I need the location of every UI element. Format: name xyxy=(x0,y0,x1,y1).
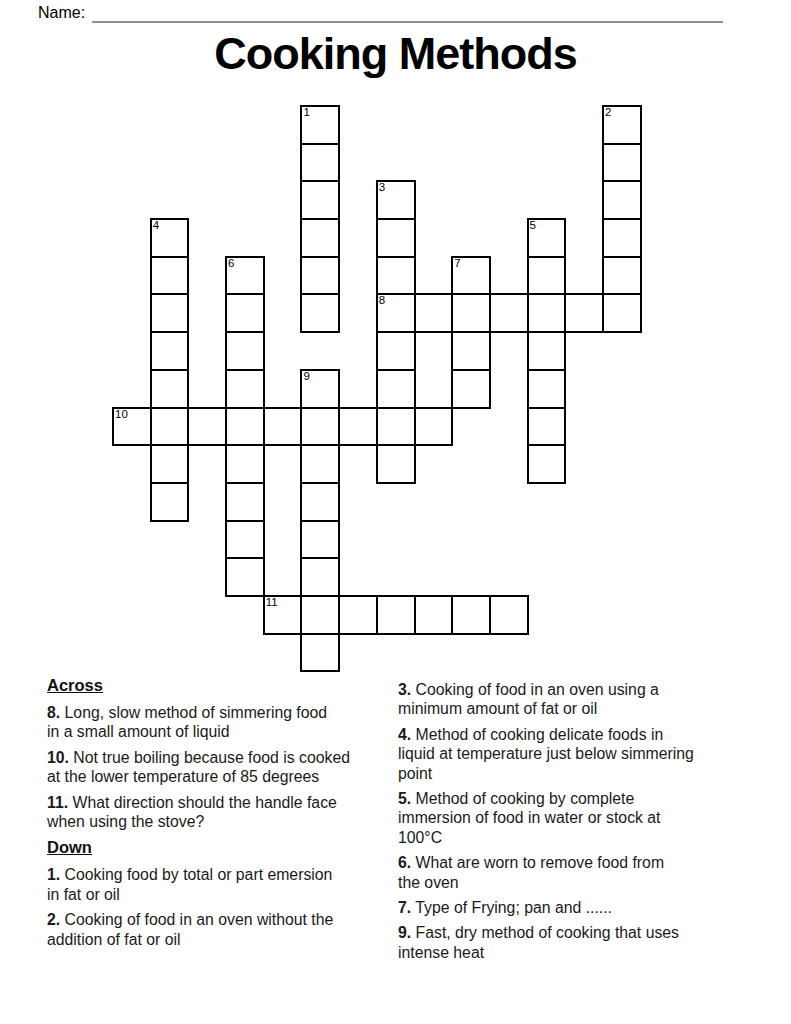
grid-cell-r5c5[interactable] xyxy=(301,294,339,332)
grid-cell-r8c11[interactable] xyxy=(528,408,566,446)
grid-cell-r12c5[interactable] xyxy=(301,558,339,596)
grid-cell-r2c13[interactable] xyxy=(603,181,641,219)
grid-cell-r8c7[interactable] xyxy=(377,408,415,446)
cell-number-6: 6 xyxy=(228,257,234,270)
cell-number-10: 10 xyxy=(115,408,128,421)
down-clue-4: 4. Method of cooking delicate foods in l… xyxy=(398,725,753,783)
down-clue-6: 6. What are worn to remove food from the… xyxy=(398,853,753,892)
grid-cell-r5c9[interactable] xyxy=(452,294,490,332)
clue-text: Long, slow method of simmering food in a… xyxy=(47,704,327,740)
grid-cell-r5c12[interactable] xyxy=(565,294,603,332)
worksheet-page: Name: Cooking Methods 1234567891011 Acro… xyxy=(0,0,791,1024)
grid-cell-r8c4[interactable] xyxy=(264,408,302,446)
clue-text: Method of cooking delicate foods in liqu… xyxy=(398,726,694,782)
grid-cell-r8c0[interactable]: 10 xyxy=(113,408,151,446)
grid-cell-r9c5[interactable] xyxy=(301,445,339,483)
grid-cell-r7c5[interactable]: 9 xyxy=(301,370,339,408)
down-clue-list-right: 3. Cooking of food in an oven using a mi… xyxy=(398,680,753,962)
grid-cell-r6c9[interactable] xyxy=(452,332,490,370)
clue-text: Cooking food by total or part emersion i… xyxy=(47,866,332,902)
clue-section: Across 8. Long, slow method of simmering… xyxy=(47,676,753,968)
grid-cell-r8c8[interactable] xyxy=(415,408,453,446)
grid-cell-r7c1[interactable] xyxy=(151,370,189,408)
down-clue-5: 5. Method of cooking by complete immersi… xyxy=(398,789,753,847)
grid-cell-r6c11[interactable] xyxy=(528,332,566,370)
page-title: Cooking Methods xyxy=(0,28,791,80)
grid-cell-r9c1[interactable] xyxy=(151,445,189,483)
grid-cell-r13c10[interactable] xyxy=(490,596,528,634)
grid-cell-r3c1[interactable]: 4 xyxy=(151,219,189,257)
clue-number: 1. xyxy=(47,866,60,883)
grid-cell-r9c7[interactable] xyxy=(377,445,415,483)
grid-cell-r5c10[interactable] xyxy=(490,294,528,332)
down-heading: Down xyxy=(47,838,398,857)
grid-cell-r5c3[interactable] xyxy=(226,294,264,332)
clue-text: Method of cooking by complete immersion … xyxy=(398,790,661,846)
grid-cell-r1c13[interactable] xyxy=(603,144,641,182)
grid-cell-r9c11[interactable] xyxy=(528,445,566,483)
clue-number: 9. xyxy=(398,924,411,941)
grid-cell-r5c13[interactable] xyxy=(603,294,641,332)
grid-cell-r13c9[interactable] xyxy=(452,596,490,634)
cell-number-3: 3 xyxy=(379,181,385,194)
grid-cell-r6c1[interactable] xyxy=(151,332,189,370)
clue-number: 6. xyxy=(398,854,411,871)
cell-number-9: 9 xyxy=(303,370,309,383)
grid-cell-r13c5[interactable] xyxy=(301,596,339,634)
grid-cell-r2c5[interactable] xyxy=(301,181,339,219)
grid-cell-r8c5[interactable] xyxy=(301,408,339,446)
grid-cell-r0c5[interactable]: 1 xyxy=(301,106,339,144)
grid-cell-r11c5[interactable] xyxy=(301,521,339,559)
grid-cell-r5c8[interactable] xyxy=(415,294,453,332)
cell-number-4: 4 xyxy=(153,219,159,232)
clue-number: 10. xyxy=(47,749,69,766)
grid-cell-r7c3[interactable] xyxy=(226,370,264,408)
grid-cell-r5c1[interactable] xyxy=(151,294,189,332)
grid-cell-r8c1[interactable] xyxy=(151,408,189,446)
grid-cell-r3c7[interactable] xyxy=(377,219,415,257)
grid-cell-r13c7[interactable] xyxy=(377,596,415,634)
clue-number: 4. xyxy=(398,726,411,743)
clue-number: 7. xyxy=(398,899,411,916)
grid-cell-r8c3[interactable] xyxy=(226,408,264,446)
clue-text: Fast, dry method of cooking that uses in… xyxy=(398,924,679,960)
grid-cell-r4c13[interactable] xyxy=(603,257,641,295)
across-clue-11: 11. What direction should the handle fac… xyxy=(47,793,398,832)
grid-cell-r14c5[interactable] xyxy=(301,634,339,672)
grid-cell-r4c9[interactable]: 7 xyxy=(452,257,490,295)
grid-cell-r10c3[interactable] xyxy=(226,483,264,521)
clue-text: Type of Frying; pan and ...... xyxy=(415,899,612,916)
grid-cell-r4c11[interactable] xyxy=(528,257,566,295)
grid-cell-r7c11[interactable] xyxy=(528,370,566,408)
cell-number-11: 11 xyxy=(266,596,278,609)
cell-number-5: 5 xyxy=(530,219,536,232)
grid-cell-r10c5[interactable] xyxy=(301,483,339,521)
name-row: Name: xyxy=(38,3,723,23)
grid-cell-r13c8[interactable] xyxy=(415,596,453,634)
name-label: Name: xyxy=(38,3,85,23)
clue-number: 2. xyxy=(47,911,60,928)
grid-cell-r1c5[interactable] xyxy=(301,144,339,182)
grid-cell-r10c1[interactable] xyxy=(151,483,189,521)
grid-cell-r5c7[interactable]: 8 xyxy=(377,294,415,332)
down-clue-3: 3. Cooking of food in an oven using a mi… xyxy=(398,680,753,719)
across-heading: Across xyxy=(47,676,398,695)
name-blank-line[interactable] xyxy=(92,4,723,23)
grid-cell-r3c5[interactable] xyxy=(301,219,339,257)
clue-column-left: Across 8. Long, slow method of simmering… xyxy=(47,676,398,968)
grid-cell-r4c3[interactable]: 6 xyxy=(226,257,264,295)
grid-cell-r4c1[interactable] xyxy=(151,257,189,295)
crossword-grid: 1234567891011 xyxy=(113,106,641,671)
down-clue-2: 2. Cooking of food in an oven without th… xyxy=(47,910,398,949)
grid-cell-r7c7[interactable] xyxy=(377,370,415,408)
down-clue-7: 7. Type of Frying; pan and ...... xyxy=(398,898,753,917)
grid-cell-r3c11[interactable]: 5 xyxy=(528,219,566,257)
clue-number: 8. xyxy=(47,704,60,721)
grid-cell-r3c13[interactable] xyxy=(603,219,641,257)
cell-number-7: 7 xyxy=(454,257,460,270)
down-clue-1: 1. Cooking food by total or part emersio… xyxy=(47,865,398,904)
cell-number-2: 2 xyxy=(605,106,611,119)
cell-number-1: 1 xyxy=(303,106,309,119)
clue-text: Cooking of food in an oven using a minim… xyxy=(398,681,659,717)
across-clue-10: 10. Not true boiling because food is coo… xyxy=(47,748,398,787)
across-clue-list: 8. Long, slow method of simmering food i… xyxy=(47,703,398,831)
cell-number-8: 8 xyxy=(379,294,385,307)
across-clue-8: 8. Long, slow method of simmering food i… xyxy=(47,703,398,742)
clue-text: Cooking of food in an oven without the a… xyxy=(47,911,333,947)
grid-cell-r11c3[interactable] xyxy=(226,521,264,559)
grid-cell-r12c3[interactable] xyxy=(226,558,264,596)
clue-text: What direction should the handle face wh… xyxy=(47,794,337,830)
grid-cell-r13c4[interactable]: 11 xyxy=(264,596,302,634)
grid-cell-r8c6[interactable] xyxy=(339,408,377,446)
clue-number: 5. xyxy=(398,790,411,807)
clue-text: Not true boiling because food is cooked … xyxy=(47,749,350,785)
down-clue-list-left: 1. Cooking food by total or part emersio… xyxy=(47,865,398,949)
down-clue-9: 9. Fast, dry method of cooking that uses… xyxy=(398,923,753,962)
clue-column-right: 3. Cooking of food in an oven using a mi… xyxy=(398,676,753,968)
grid-cell-r8c2[interactable] xyxy=(188,408,226,446)
grid-cell-r13c6[interactable] xyxy=(339,596,377,634)
grid-cell-r4c7[interactable] xyxy=(377,257,415,295)
grid-cell-r6c7[interactable] xyxy=(377,332,415,370)
grid-cell-r5c11[interactable] xyxy=(528,294,566,332)
clue-number: 11. xyxy=(47,794,68,811)
grid-cell-r0c13[interactable]: 2 xyxy=(603,106,641,144)
clue-text: What are worn to remove food from the ov… xyxy=(398,854,664,890)
grid-cell-r4c5[interactable] xyxy=(301,257,339,295)
grid-cell-r2c7[interactable]: 3 xyxy=(377,181,415,219)
clue-number: 3. xyxy=(398,681,411,698)
grid-cell-r6c3[interactable] xyxy=(226,332,264,370)
grid-cell-r7c9[interactable] xyxy=(452,370,490,408)
grid-cell-r9c3[interactable] xyxy=(226,445,264,483)
